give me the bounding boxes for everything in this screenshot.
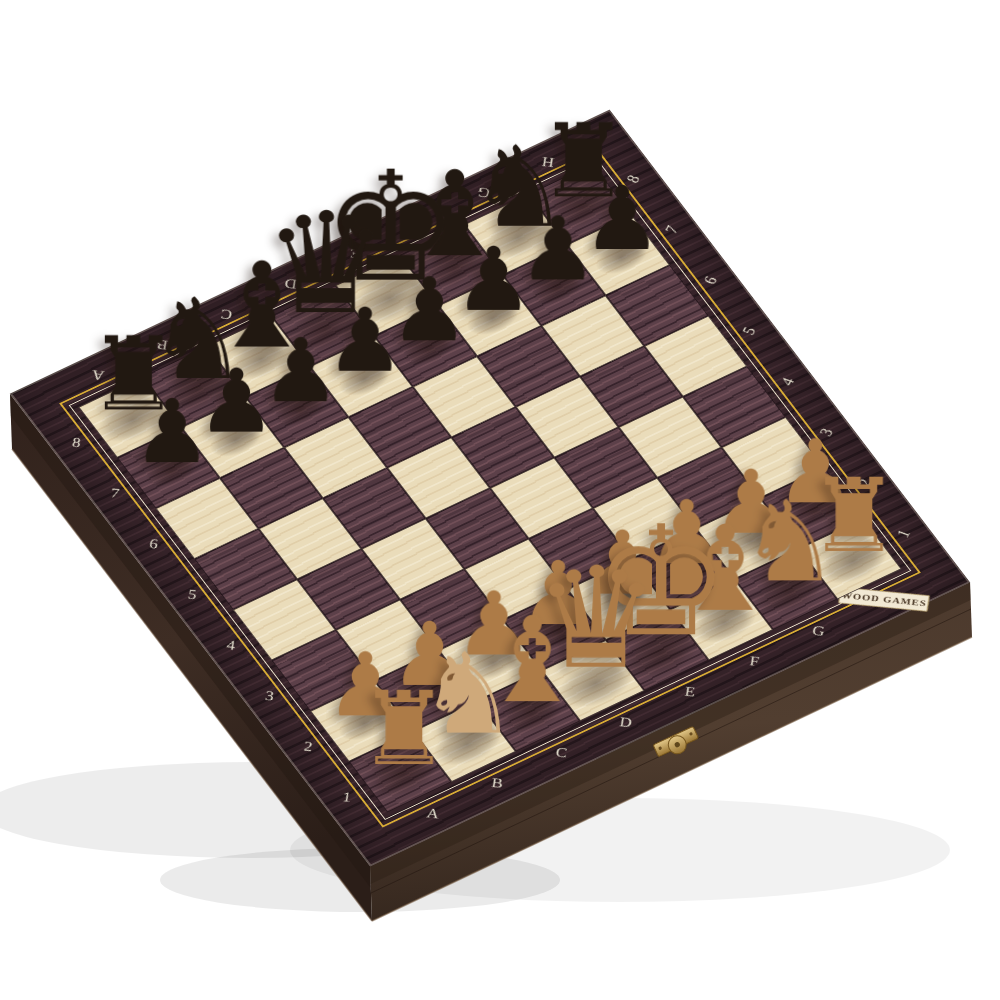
rank-label-left-8: 8 xyxy=(71,434,82,450)
square-e5[interactable] xyxy=(451,407,554,488)
rank-label-left-5: 5 xyxy=(187,586,198,602)
file-label-near-d: D xyxy=(618,714,633,731)
file-label-near-e: E xyxy=(683,684,696,701)
rank-label-right-5: 5 xyxy=(738,324,760,337)
file-label-near-a: A xyxy=(425,806,440,823)
file-label-far-f: F xyxy=(413,215,425,232)
file-label-far-d: D xyxy=(283,275,298,292)
file-label-near-b: B xyxy=(490,775,504,792)
file-label-near-c: C xyxy=(554,745,568,762)
file-label-near-g: G xyxy=(811,623,826,640)
rank-label-left-1: 1 xyxy=(341,789,352,805)
product-photo-stage: AA88BB77CC66DD55EE44FF33GG22HH11 WOOD GA… xyxy=(0,0,1000,1000)
file-label-far-c: C xyxy=(219,306,233,323)
rank-label-left-7: 7 xyxy=(109,485,120,501)
file-label-far-b: B xyxy=(155,336,169,353)
brand-plaque-text: WOOD GAMES xyxy=(841,591,927,608)
file-label-near-f: F xyxy=(748,654,760,671)
rank-label-right-4: 4 xyxy=(777,375,799,388)
file-label-near-h: H xyxy=(875,593,890,610)
rank-label-left-2: 2 xyxy=(303,738,314,754)
rank-label-right-6: 6 xyxy=(700,274,722,287)
file-label-far-a: A xyxy=(90,367,105,384)
rank-label-left-6: 6 xyxy=(148,536,159,552)
rank-label-left-3: 3 xyxy=(264,688,275,704)
rank-label-right-7: 7 xyxy=(661,223,683,236)
piece-white-rook-a1[interactable]: ♜ xyxy=(358,678,449,780)
piece-black-pawn-a7[interactable]: ♟ xyxy=(132,388,211,476)
file-label-far-g: G xyxy=(476,184,491,201)
file-label-far-e: E xyxy=(348,245,361,262)
rank-label-left-4: 4 xyxy=(225,637,236,653)
file-label-far-h: H xyxy=(540,154,555,171)
